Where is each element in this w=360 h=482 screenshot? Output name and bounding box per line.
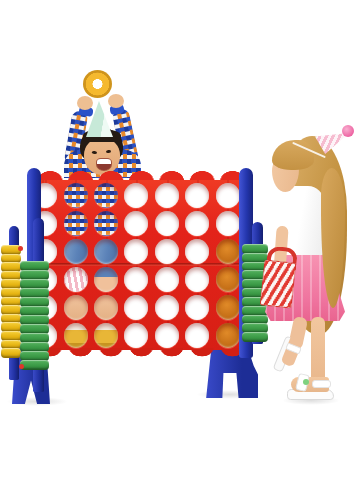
- connect-four-board: [27, 168, 253, 360]
- board-cell-r2c4: [121, 209, 151, 237]
- empty-slot: [185, 239, 209, 264]
- empty-slot: [155, 183, 179, 208]
- board-cell-r4c6: [182, 265, 212, 293]
- board-cell-r1c2: [60, 181, 90, 209]
- board-cell-r5c6: [182, 293, 212, 321]
- board-cell-r1c3: [91, 181, 121, 209]
- girl-hat-pom: [342, 125, 354, 137]
- empty-slot: [94, 323, 118, 348]
- empty-slot: [64, 183, 88, 208]
- board-cell-r3c6: [182, 237, 212, 265]
- empty-slot: [64, 323, 88, 348]
- empty-slot: [124, 295, 148, 320]
- empty-slot: [216, 183, 240, 208]
- empty-slot: [216, 267, 240, 292]
- empty-slot: [64, 211, 88, 236]
- empty-slot: [124, 267, 148, 292]
- board-cell-r3c3: [91, 237, 121, 265]
- empty-slot: [94, 183, 118, 208]
- girl-front-sandal-strap: [312, 380, 331, 388]
- empty-slot: [155, 211, 179, 236]
- board-cell-r5c2: [60, 293, 90, 321]
- board-cell-r5c3: [91, 293, 121, 321]
- screw-dot: [18, 246, 23, 251]
- girl-front-leg: [311, 317, 325, 381]
- board-cell-r5c4: [121, 293, 151, 321]
- left-yellow-disc-stack: [1, 246, 21, 358]
- empty-slot: [124, 239, 148, 264]
- board-cell-r6c4: [121, 321, 151, 349]
- green-disc: [20, 360, 49, 370]
- board-cell-r1c4: [121, 181, 151, 209]
- board-cell-r4c5: [152, 265, 182, 293]
- empty-slot: [124, 323, 148, 348]
- empty-slot: [155, 295, 179, 320]
- board-cell-r2c6: [182, 209, 212, 237]
- board-cell-r3c5: [152, 237, 182, 265]
- board-cell-r6c5: [152, 321, 182, 349]
- empty-slot: [216, 323, 240, 348]
- empty-slot: [185, 183, 209, 208]
- empty-slot: [94, 295, 118, 320]
- screw-dot: [19, 364, 24, 369]
- board-cell-r1c6: [182, 181, 212, 209]
- board-cell-r2c3: [91, 209, 121, 237]
- empty-slot: [64, 267, 88, 292]
- empty-slot: [64, 239, 88, 264]
- empty-slot: [94, 239, 118, 264]
- empty-slot: [124, 211, 148, 236]
- green-disc: [242, 332, 268, 342]
- empty-slot: [185, 211, 209, 236]
- yellow-ring-disc: [83, 70, 112, 98]
- board-grid: [30, 181, 243, 349]
- board-cell-r4c4: [121, 265, 151, 293]
- girl-hair-top: [272, 140, 314, 170]
- empty-slot: [185, 267, 209, 292]
- board-cell-r2c5: [152, 209, 182, 237]
- board-cell-r6c3: [91, 321, 121, 349]
- product-photo-giant-connect-four: [0, 0, 360, 482]
- board-scalloped-bottom-edge: [33, 348, 247, 360]
- empty-slot: [155, 239, 179, 264]
- empty-slot: [216, 239, 240, 264]
- empty-slot: [124, 183, 148, 208]
- empty-slot: [216, 211, 240, 236]
- empty-slot: [155, 323, 179, 348]
- board-cell-r4c2: [60, 265, 90, 293]
- board-cell-r1c5: [152, 181, 182, 209]
- striped-gift-bag: [260, 259, 297, 308]
- empty-slot: [216, 295, 240, 320]
- board-cell-r3c2: [60, 237, 90, 265]
- yellow-disc: [1, 348, 21, 358]
- empty-slot: [155, 267, 179, 292]
- empty-slot: [94, 211, 118, 236]
- empty-slot: [94, 267, 118, 292]
- girl-sandal-green-accent: [303, 379, 309, 385]
- empty-slot: [185, 295, 209, 320]
- board-cell-r6c2: [60, 321, 90, 349]
- boy-left-hand: [77, 96, 93, 110]
- empty-slot: [185, 323, 209, 348]
- boy-left-eye: [92, 151, 97, 155]
- board-cell-r3c4: [121, 237, 151, 265]
- boy-right-hand: [108, 94, 124, 108]
- board-cell-r5c5: [152, 293, 182, 321]
- board-cell-r4c3: [91, 265, 121, 293]
- board-cell-r6c6: [182, 321, 212, 349]
- left-green-disc-stack: [20, 262, 49, 370]
- empty-slot: [64, 295, 88, 320]
- board-cell-r2c2: [60, 209, 90, 237]
